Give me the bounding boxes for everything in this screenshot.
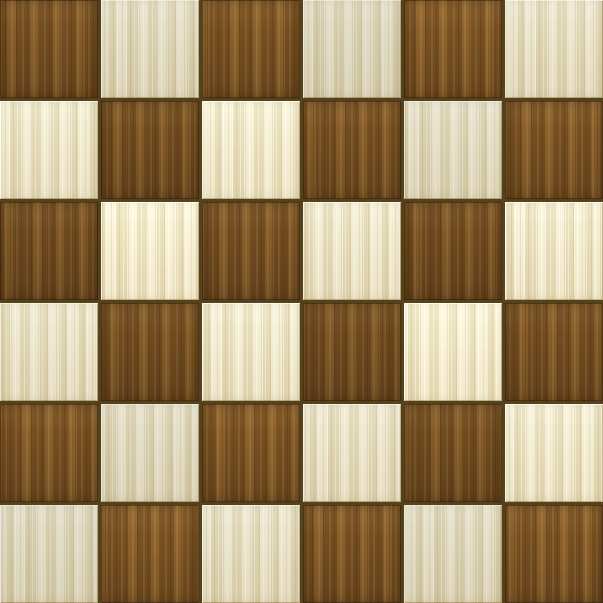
- square-a5[interactable]: [0, 101, 98, 199]
- square-b6[interactable]: [101, 0, 199, 98]
- square-d1[interactable]: [303, 505, 401, 603]
- square-e2[interactable]: [404, 404, 502, 502]
- square-c6[interactable]: [202, 0, 300, 98]
- square-b1[interactable]: [101, 505, 199, 603]
- square-d6[interactable]: [303, 0, 401, 98]
- square-e1[interactable]: [404, 505, 502, 603]
- square-e6[interactable]: [404, 0, 502, 98]
- checkerboard: [0, 0, 603, 603]
- square-a3[interactable]: [0, 303, 98, 401]
- square-a2[interactable]: [0, 404, 98, 502]
- square-c4[interactable]: [202, 202, 300, 300]
- square-d5[interactable]: [303, 101, 401, 199]
- square-e3[interactable]: [404, 303, 502, 401]
- square-e5[interactable]: [404, 101, 502, 199]
- square-f5[interactable]: [505, 101, 603, 199]
- square-d4[interactable]: [303, 202, 401, 300]
- square-a6[interactable]: [0, 0, 98, 98]
- square-f6[interactable]: [505, 0, 603, 98]
- square-b5[interactable]: [101, 101, 199, 199]
- square-f4[interactable]: [505, 202, 603, 300]
- square-f3[interactable]: [505, 303, 603, 401]
- square-b4[interactable]: [101, 202, 199, 300]
- square-f2[interactable]: [505, 404, 603, 502]
- square-f1[interactable]: [505, 505, 603, 603]
- square-e4[interactable]: [404, 202, 502, 300]
- square-c1[interactable]: [202, 505, 300, 603]
- square-d3[interactable]: [303, 303, 401, 401]
- square-c5[interactable]: [202, 101, 300, 199]
- square-d2[interactable]: [303, 404, 401, 502]
- square-a1[interactable]: [0, 505, 98, 603]
- square-a4[interactable]: [0, 202, 98, 300]
- square-b2[interactable]: [101, 404, 199, 502]
- square-c3[interactable]: [202, 303, 300, 401]
- square-c2[interactable]: [202, 404, 300, 502]
- square-b3[interactable]: [101, 303, 199, 401]
